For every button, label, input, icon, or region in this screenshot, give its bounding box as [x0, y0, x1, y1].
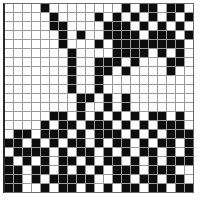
cell-r4c10-empty — [86, 31, 94, 39]
cell-r4c13-filled — [113, 31, 121, 39]
cell-r7c19-filled — [167, 58, 175, 66]
cell-r11c16-empty — [140, 94, 148, 102]
cell-r12c20-empty — [176, 103, 184, 111]
cell-r3c5-empty — [41, 22, 49, 30]
cell-r10c1-empty — [5, 85, 13, 93]
cell-r5c6-empty — [50, 40, 58, 48]
cell-r2c3-empty — [23, 13, 31, 21]
cell-r4c17-filled — [149, 31, 157, 39]
cell-r18c15-filled — [131, 157, 139, 165]
cell-r8c19-filled — [167, 67, 175, 75]
cell-r20c21-empty — [185, 175, 193, 183]
cell-r7c5-empty — [41, 58, 49, 66]
cell-r11c15-empty — [131, 94, 139, 102]
cell-r16c12-empty — [104, 139, 112, 147]
cell-r15c12-filled — [104, 130, 112, 138]
cell-r6c8-filled — [68, 49, 76, 57]
cell-r6c10-empty — [86, 49, 94, 57]
cell-r19c7-filled — [59, 166, 67, 174]
cell-r20c4-filled — [32, 175, 40, 183]
cell-r8c5-empty — [41, 67, 49, 75]
cell-r12c9-filled — [77, 103, 85, 111]
cell-r1c14-filled — [122, 4, 130, 12]
cell-r21c6-empty — [50, 184, 58, 192]
cell-r10c21-empty — [185, 85, 193, 93]
cell-r6c12-empty — [104, 49, 112, 57]
cell-r10c18-empty — [158, 85, 166, 93]
cell-r20c11-empty — [95, 175, 103, 183]
cell-r10c6-empty — [50, 85, 58, 93]
cell-r4c1-empty — [5, 31, 13, 39]
cell-r13c5-empty — [41, 112, 49, 120]
cell-r9c17-empty — [149, 76, 157, 84]
cell-r18c20-filled — [176, 157, 184, 165]
cell-r2c8-empty — [68, 13, 76, 21]
cell-r5c20-filled — [176, 40, 184, 48]
cell-r9c6-empty — [50, 76, 58, 84]
cell-r16c20-empty — [176, 139, 184, 147]
cell-r18c9-empty — [77, 157, 85, 165]
cell-r11c21-empty — [185, 94, 193, 102]
cell-r18c17-filled — [149, 157, 157, 165]
cell-r7c8-filled — [68, 58, 76, 66]
cell-r1c18-empty — [158, 4, 166, 12]
cell-r1c3-empty — [23, 4, 31, 12]
cell-r11c17-empty — [149, 94, 157, 102]
cell-r14c12-filled — [104, 121, 112, 129]
cell-r3c14-filled — [122, 22, 130, 30]
cell-r19c17-filled — [149, 166, 157, 174]
cell-r6c2-empty — [14, 49, 22, 57]
cell-r21c18-filled — [158, 184, 166, 192]
cell-r13c7-filled — [59, 112, 67, 120]
cell-r20c8-filled — [68, 175, 76, 183]
cell-r21c21-filled — [185, 184, 193, 192]
cell-r1c16-filled — [140, 4, 148, 12]
cell-r10c20-empty — [176, 85, 184, 93]
cell-r5c16-filled — [140, 40, 148, 48]
cell-r16c4-filled — [32, 139, 40, 147]
cell-r11c8-empty — [68, 94, 76, 102]
cell-r20c7-filled — [59, 175, 67, 183]
cell-r16c3-empty — [23, 139, 31, 147]
cell-r17c17-filled — [149, 148, 157, 156]
cell-r3c20-filled — [176, 22, 184, 30]
cell-r8c4-empty — [32, 67, 40, 75]
cell-r8c6-empty — [50, 67, 58, 75]
cell-r9c16-empty — [140, 76, 148, 84]
cell-r19c9-filled — [77, 166, 85, 174]
cell-r12c13-empty — [113, 103, 121, 111]
cell-r2c17-filled — [149, 13, 157, 21]
cell-r14c2-empty — [14, 121, 22, 129]
cell-r6c18-filled — [158, 49, 166, 57]
cell-r15c14-empty — [122, 130, 130, 138]
cell-r3c11-empty — [95, 22, 103, 30]
cell-r8c1-empty — [5, 67, 13, 75]
cell-r11c1-empty — [5, 94, 13, 102]
cell-r1c4-empty — [32, 4, 40, 12]
cell-r19c3-empty — [23, 166, 31, 174]
cell-r21c4-empty — [32, 184, 40, 192]
cell-r6c7-empty — [59, 49, 67, 57]
cell-r3c18-filled — [158, 22, 166, 30]
cell-r15c2-filled — [14, 130, 22, 138]
cell-r18c12-filled — [104, 157, 112, 165]
cell-r13c13-filled — [113, 112, 121, 120]
cell-r16c5-empty — [41, 139, 49, 147]
cell-r15c5-filled — [41, 130, 49, 138]
cell-r3c6-filled — [50, 22, 58, 30]
cell-r7c12-filled — [104, 58, 112, 66]
cell-r1c12-empty — [104, 4, 112, 12]
cell-r20c3-empty — [23, 175, 31, 183]
cell-r1c17-filled — [149, 4, 157, 12]
cell-r2c13-filled — [113, 13, 121, 21]
cell-r6c20-filled — [176, 49, 184, 57]
cell-r14c5-filled — [41, 121, 49, 129]
cell-r11c13-empty — [113, 94, 121, 102]
cell-r9c11-filled — [95, 76, 103, 84]
cell-r11c9-filled — [77, 94, 85, 102]
cell-r2c7-empty — [59, 13, 67, 21]
cell-r20c14-filled — [122, 175, 130, 183]
cell-r14c8-filled — [68, 121, 76, 129]
cell-r5c1-empty — [5, 40, 13, 48]
cell-r16c6-filled — [50, 139, 58, 147]
cell-r9c3-empty — [23, 76, 31, 84]
cell-r10c3-empty — [23, 85, 31, 93]
cell-r12c7-empty — [59, 103, 67, 111]
cell-r21c3-empty — [23, 184, 31, 192]
cell-r7c10-empty — [86, 58, 94, 66]
cell-r9c15-empty — [131, 76, 139, 84]
cell-r10c17-empty — [149, 85, 157, 93]
cell-r3c12-filled — [104, 22, 112, 30]
cell-r3c7-filled — [59, 22, 67, 30]
cell-r6c15-filled — [131, 49, 139, 57]
cell-r16c10-empty — [86, 139, 94, 147]
cell-r7c3-empty — [23, 58, 31, 66]
cell-r18c19-filled — [167, 157, 175, 165]
cell-r9c20-empty — [176, 76, 184, 84]
cell-r5c11-filled — [95, 40, 103, 48]
cell-r8c9-empty — [77, 67, 85, 75]
cell-r5c10-empty — [86, 40, 94, 48]
cell-r16c19-filled — [167, 139, 175, 147]
cell-r8c21-empty — [185, 67, 193, 75]
cell-r9c9-empty — [77, 76, 85, 84]
cell-r4c21-filled — [185, 31, 193, 39]
cell-r2c1-empty — [5, 13, 13, 21]
cell-r4c18-filled — [158, 31, 166, 39]
cell-r2c15-filled — [131, 13, 139, 21]
cell-r17c6-empty — [50, 148, 58, 156]
cell-r11c5-empty — [41, 94, 49, 102]
cell-r5c15-filled — [131, 40, 139, 48]
cell-r20c2-filled — [14, 175, 22, 183]
cell-r15c11-filled — [95, 130, 103, 138]
cell-r21c7-filled — [59, 184, 67, 192]
cell-r18c5-filled — [41, 157, 49, 165]
cell-r19c15-filled — [131, 166, 139, 174]
cell-r18c3-filled — [23, 157, 31, 165]
cell-r3c13-filled — [113, 22, 121, 30]
cell-r17c8-empty — [68, 148, 76, 156]
cell-r15c1-empty — [5, 130, 13, 138]
cell-r7c7-empty — [59, 58, 67, 66]
cell-r18c1-filled — [5, 157, 13, 165]
cell-r18c13-filled — [113, 157, 121, 165]
cell-r2c16-empty — [140, 13, 148, 21]
cell-r16c16-filled — [140, 139, 148, 147]
cell-r20c20-filled — [176, 175, 184, 183]
cell-r12c14-filled — [122, 103, 130, 111]
cell-r8c13-empty — [113, 67, 121, 75]
cell-r8c10-empty — [86, 67, 94, 75]
cell-r12c16-empty — [140, 103, 148, 111]
cell-r10c19-empty — [167, 85, 175, 93]
cell-r6c5-empty — [41, 49, 49, 57]
cell-r18c4-empty — [32, 157, 40, 165]
cell-r15c7-filled — [59, 130, 67, 138]
cell-r4c5-empty — [41, 31, 49, 39]
cell-r18c14-empty — [122, 157, 130, 165]
cell-r14c10-filled — [86, 121, 94, 129]
cell-r3c17-empty — [149, 22, 157, 30]
cell-r17c2-filled — [14, 148, 22, 156]
cell-r4c8-empty — [68, 31, 76, 39]
cell-r14c18-filled — [158, 121, 166, 129]
cell-r1c2-empty — [14, 4, 22, 12]
cell-r17c13-empty — [113, 148, 121, 156]
cell-r19c6-empty — [50, 166, 58, 174]
cell-r14c9-empty — [77, 121, 85, 129]
cell-r4c6-empty — [50, 31, 58, 39]
cell-r7c1-empty — [5, 58, 13, 66]
cell-r12c10-empty — [86, 103, 94, 111]
cell-r13c17-filled — [149, 112, 157, 120]
cell-r18c6-empty — [50, 157, 58, 165]
cell-r16c11-filled — [95, 139, 103, 147]
cell-r11c4-empty — [32, 94, 40, 102]
cell-r12c5-empty — [41, 103, 49, 111]
cell-r5c5-empty — [41, 40, 49, 48]
cell-r3c16-filled — [140, 22, 148, 30]
cell-r9c8-filled — [68, 76, 76, 84]
cell-r19c4-filled — [32, 166, 40, 174]
cell-r1c15-empty — [131, 4, 139, 12]
cell-r4c12-filled — [104, 31, 112, 39]
cell-r20c1-filled — [5, 175, 13, 183]
cell-r12c21-empty — [185, 103, 193, 111]
cell-r12c18-empty — [158, 103, 166, 111]
cell-r12c6-empty — [50, 103, 58, 111]
cell-r4c15-filled — [131, 31, 139, 39]
cell-r21c16-empty — [140, 184, 148, 192]
cell-r14c6-empty — [50, 121, 58, 129]
cell-r13c6-filled — [50, 112, 58, 120]
cell-r9c5-empty — [41, 76, 49, 84]
cell-r2c6-filled — [50, 13, 58, 21]
cell-r16c7-empty — [59, 139, 67, 147]
cell-r2c4-empty — [32, 13, 40, 21]
cell-r10c5-empty — [41, 85, 49, 93]
cell-r17c19-filled — [167, 148, 175, 156]
cell-r15c19-filled — [167, 130, 175, 138]
cell-r16c13-filled — [113, 139, 121, 147]
cell-r13c12-empty — [104, 112, 112, 120]
cell-r17c12-filled — [104, 148, 112, 156]
cell-r12c1-empty — [5, 103, 13, 111]
cell-r16c8-filled — [68, 139, 76, 147]
cell-r11c12-filled — [104, 94, 112, 102]
cell-r1c13-empty — [113, 4, 121, 12]
cell-r2c20-empty — [176, 13, 184, 21]
cell-r17c11-empty — [95, 148, 103, 156]
cell-r7c9-empty — [77, 58, 85, 66]
cell-r15c17-filled — [149, 130, 157, 138]
cell-r11c18-empty — [158, 94, 166, 102]
cell-r18c8-filled — [68, 157, 76, 165]
cell-r15c13-filled — [113, 130, 121, 138]
cell-r1c8-empty — [68, 4, 76, 12]
cell-r16c9-filled — [77, 139, 85, 147]
cell-r7c20-filled — [176, 58, 184, 66]
cell-r19c10-empty — [86, 166, 94, 174]
cell-r20c6-filled — [50, 175, 58, 183]
cell-r5c3-empty — [23, 40, 31, 48]
cell-r21c5-filled — [41, 184, 49, 192]
cell-r4c20-empty — [176, 31, 184, 39]
cell-r2c18-empty — [158, 13, 166, 21]
cell-r2c11-filled — [95, 13, 103, 21]
cell-r10c15-empty — [131, 85, 139, 93]
cell-r21c11-empty — [95, 184, 103, 192]
cell-r5c18-filled — [158, 40, 166, 48]
cell-r2c12-empty — [104, 13, 112, 21]
cell-r14c21-empty — [185, 121, 193, 129]
cell-r5c8-empty — [68, 40, 76, 48]
cell-r10c7-empty — [59, 85, 67, 93]
cell-r9c19-empty — [167, 76, 175, 84]
cell-r20c19-filled — [167, 175, 175, 183]
cell-r8c20-empty — [176, 67, 184, 75]
cell-r3c2-empty — [14, 22, 22, 30]
cell-r11c19-empty — [167, 94, 175, 102]
cell-r11c3-empty — [23, 94, 31, 102]
cell-r3c10-empty — [86, 22, 94, 30]
cell-r9c12-empty — [104, 76, 112, 84]
cell-r16c1-filled — [5, 139, 13, 147]
cell-r8c18-empty — [158, 67, 166, 75]
cell-r3c8-empty — [68, 22, 76, 30]
cell-r1c7-empty — [59, 4, 67, 12]
cell-r19c2-filled — [14, 166, 22, 174]
cell-r18c18-empty — [158, 157, 166, 165]
cell-r15c10-empty — [86, 130, 94, 138]
cell-r6c21-empty — [185, 49, 193, 57]
cell-r12c3-empty — [23, 103, 31, 111]
cell-r6c9-empty — [77, 49, 85, 57]
cell-r12c19-empty — [167, 103, 175, 111]
cell-r7c6-empty — [50, 58, 58, 66]
cell-r13c19-empty — [167, 112, 175, 120]
cell-r1c1-empty — [5, 4, 13, 12]
cell-r17c1-empty — [5, 148, 13, 156]
cell-r10c12-empty — [104, 85, 112, 93]
cell-r10c10-empty — [86, 85, 94, 93]
cell-r20c9-filled — [77, 175, 85, 183]
cell-r17c4-filled — [32, 148, 40, 156]
cell-r21c19-empty — [167, 184, 175, 192]
cell-r5c19-filled — [167, 40, 175, 48]
cell-r8c2-empty — [14, 67, 22, 75]
cell-r19c1-filled — [5, 166, 13, 174]
cell-r13c16-empty — [140, 112, 148, 120]
cell-r8c17-empty — [149, 67, 157, 75]
cell-r9c7-empty — [59, 76, 67, 84]
cell-r15c6-filled — [50, 130, 58, 138]
cell-r14c1-empty — [5, 121, 13, 129]
cell-r13c18-filled — [158, 112, 166, 120]
cell-r20c12-empty — [104, 175, 112, 183]
cell-r1c19-filled — [167, 4, 175, 12]
cell-r19c16-empty — [140, 166, 148, 174]
cell-r16c14-filled — [122, 139, 130, 147]
cell-r1c6-empty — [50, 4, 58, 12]
cell-r15c21-filled — [185, 130, 193, 138]
cell-r6c6-empty — [50, 49, 58, 57]
cell-r9c14-empty — [122, 76, 130, 84]
cell-r15c4-empty — [32, 130, 40, 138]
cell-r6c4-empty — [32, 49, 40, 57]
cell-r9c2-empty — [14, 76, 22, 84]
cell-r18c11-empty — [95, 157, 103, 165]
cell-r21c14-filled — [122, 184, 130, 192]
cell-r16c21-filled — [185, 139, 193, 147]
cell-r11c14-filled — [122, 94, 130, 102]
cell-r3c4-empty — [32, 22, 40, 30]
cell-r16c18-filled — [158, 139, 166, 147]
cell-r11c2-empty — [14, 94, 22, 102]
cell-r12c15-empty — [131, 103, 139, 111]
cell-r4c4-empty — [32, 31, 40, 39]
cell-r6c1-empty — [5, 49, 13, 57]
cell-r11c6-empty — [50, 94, 58, 102]
cell-r15c3-filled — [23, 130, 31, 138]
cell-r4c3-empty — [23, 31, 31, 39]
cell-r4c2-empty — [14, 31, 22, 39]
cell-r19c12-empty — [104, 166, 112, 174]
cell-r7c11-filled — [95, 58, 103, 66]
cell-r7c2-empty — [14, 58, 22, 66]
cell-r5c14-filled — [122, 40, 130, 48]
cell-r21c17-filled — [149, 184, 157, 192]
cell-r18c10-filled — [86, 157, 94, 165]
cell-r7c16-empty — [140, 58, 148, 66]
cell-r21c10-filled — [86, 184, 94, 192]
cell-r14c20-filled — [176, 121, 184, 129]
cell-r20c17-filled — [149, 175, 157, 183]
cell-r3c15-empty — [131, 22, 139, 30]
cell-r13c15-filled — [131, 112, 139, 120]
cell-r3c1-empty — [5, 22, 13, 30]
cell-r5c7-filled — [59, 40, 67, 48]
cell-r13c11-filled — [95, 112, 103, 120]
cell-r12c4-empty — [32, 103, 40, 111]
cell-r1c5-filled — [41, 4, 49, 12]
